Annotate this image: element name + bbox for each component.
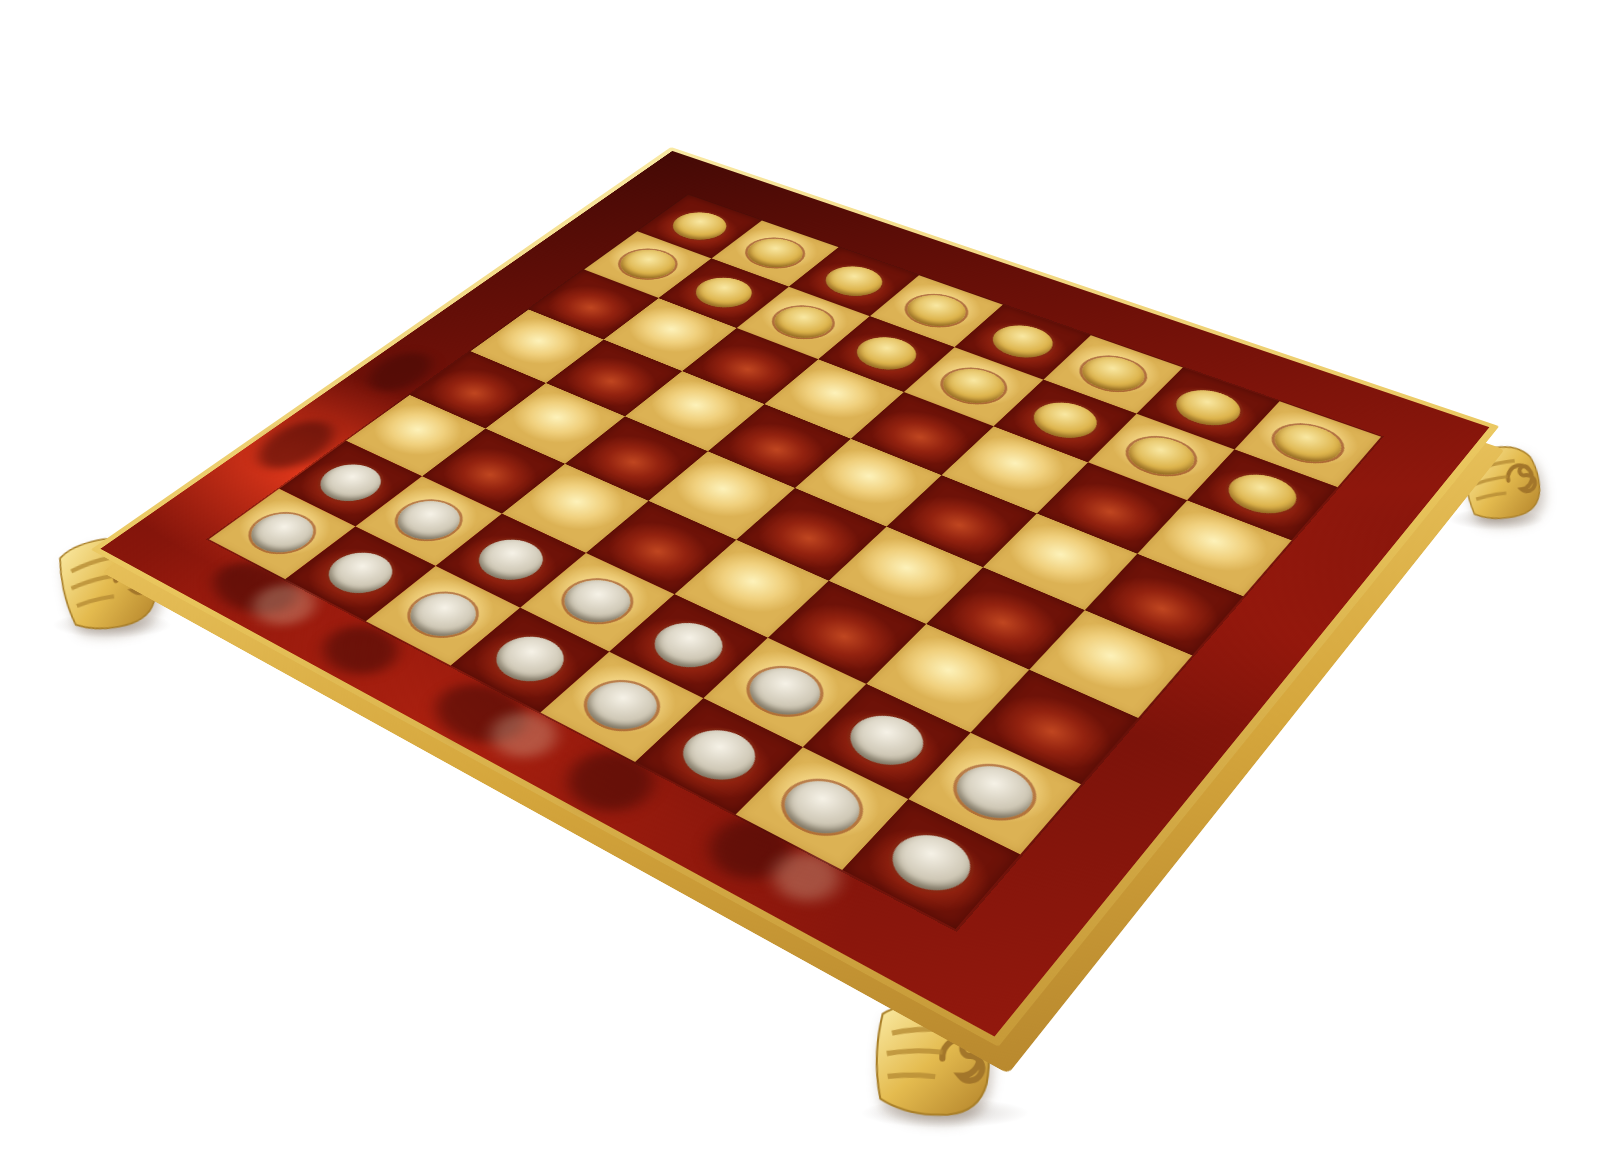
product-photo: ♜♞♝♚♛♝♞♜♟♟♟♟♟♟♟♟♟♟♟♟♟♟♟♟♜♞♝♚♛♝♞♜: [0, 0, 1600, 1152]
chess-board: ♜♞♝♚♛♝♞♜♟♟♟♟♟♟♟♟♟♟♟♟♟♟♟♟♜♞♝♚♛♝♞♜: [91, 147, 1500, 1047]
